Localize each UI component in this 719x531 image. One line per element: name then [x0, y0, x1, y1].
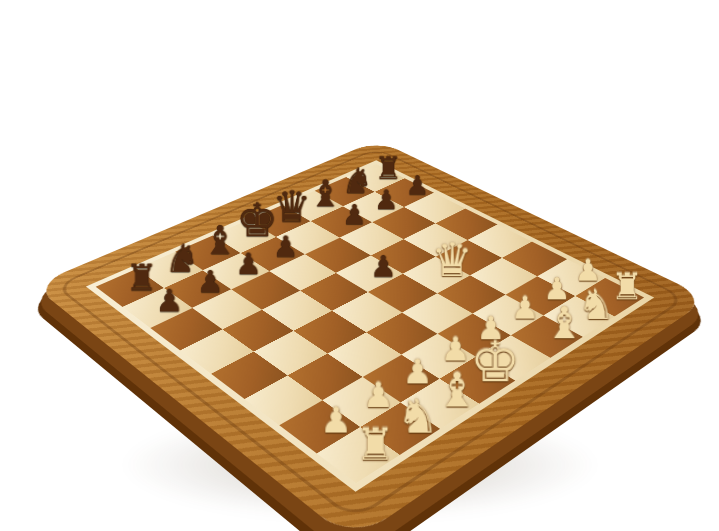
- square-g8[interactable]: ♞: [136, 252, 202, 288]
- white-pawn-a2: ♟: [563, 256, 611, 286]
- square-a4[interactable]: [467, 224, 531, 257]
- white-rook-a1: ♜: [602, 269, 651, 306]
- square-a3[interactable]: [501, 241, 567, 276]
- product-photo-canvas: ♜♞♝♚♛♝♞♜♟♟♟♟♟♟♟♟♛♟♟♟♟♟♟♟♟♜♞♝♚♝♞♜: [0, 0, 719, 531]
